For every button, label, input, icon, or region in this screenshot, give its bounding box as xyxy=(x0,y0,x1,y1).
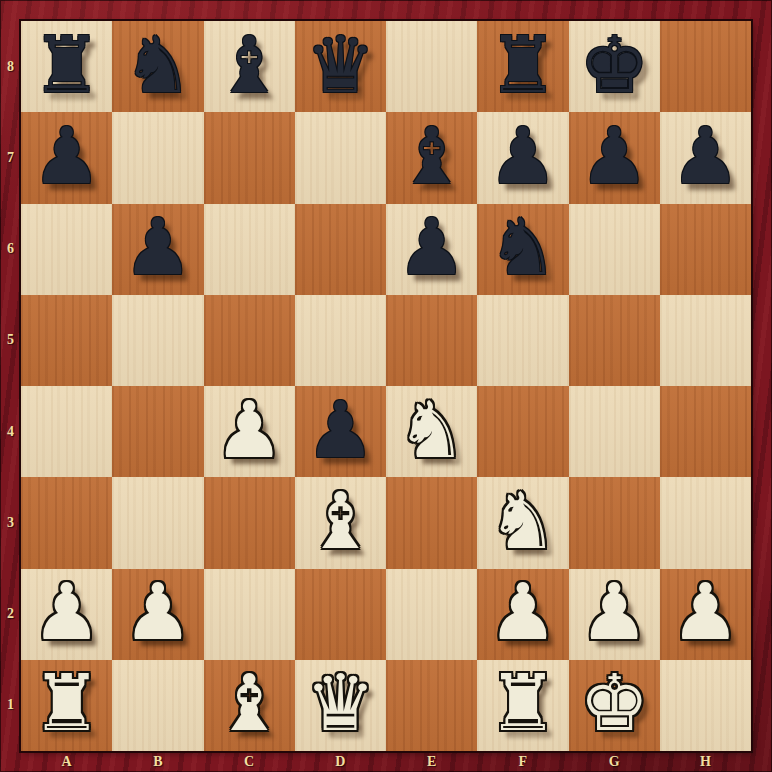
square-h6[interactable] xyxy=(660,204,751,295)
square-f1[interactable]: ♜ xyxy=(477,660,568,751)
file-label-e: E xyxy=(386,751,477,772)
square-h3[interactable] xyxy=(660,477,751,568)
piece-black-king[interactable]: ♚ xyxy=(579,26,649,104)
square-d1[interactable]: ♛ xyxy=(295,660,386,751)
piece-white-king[interactable]: ♚ xyxy=(579,664,649,742)
square-e6[interactable]: ♟ xyxy=(386,204,477,295)
piece-black-bishop[interactable]: ♝ xyxy=(397,117,467,195)
square-a8[interactable]: ♜ xyxy=(21,21,112,112)
piece-black-pawn[interactable]: ♟ xyxy=(488,117,558,195)
piece-white-bishop[interactable]: ♝ xyxy=(214,664,284,742)
square-a5[interactable] xyxy=(21,295,112,386)
square-a3[interactable] xyxy=(21,477,112,568)
square-e5[interactable] xyxy=(386,295,477,386)
piece-white-pawn[interactable]: ♟ xyxy=(579,573,649,651)
square-a7[interactable]: ♟ xyxy=(21,112,112,203)
square-b8[interactable]: ♞ xyxy=(112,21,203,112)
square-g2[interactable]: ♟ xyxy=(569,569,660,660)
square-g3[interactable] xyxy=(569,477,660,568)
square-f2[interactable]: ♟ xyxy=(477,569,568,660)
square-b1[interactable] xyxy=(112,660,203,751)
square-d2[interactable] xyxy=(295,569,386,660)
piece-black-knight[interactable]: ♞ xyxy=(123,26,193,104)
piece-black-pawn[interactable]: ♟ xyxy=(579,117,649,195)
square-d3[interactable]: ♝ xyxy=(295,477,386,568)
piece-black-bishop[interactable]: ♝ xyxy=(214,26,284,104)
board-frame: ♜♞♝♛♜♚♟♝♟♟♟♟♟♞♟♟♞♝♞♟♟♟♟♟♜♝♛♜♚ 87654321 A… xyxy=(0,0,772,772)
piece-white-pawn[interactable]: ♟ xyxy=(123,573,193,651)
square-d8[interactable]: ♛ xyxy=(295,21,386,112)
square-a2[interactable]: ♟ xyxy=(21,569,112,660)
rank-label-6: 6 xyxy=(0,204,21,295)
square-b5[interactable] xyxy=(112,295,203,386)
square-c8[interactable]: ♝ xyxy=(204,21,295,112)
square-g1[interactable]: ♚ xyxy=(569,660,660,751)
square-h1[interactable] xyxy=(660,660,751,751)
square-e3[interactable] xyxy=(386,477,477,568)
square-f4[interactable] xyxy=(477,386,568,477)
rank-label-8: 8 xyxy=(0,21,21,112)
square-a1[interactable]: ♜ xyxy=(21,660,112,751)
piece-black-knight[interactable]: ♞ xyxy=(488,208,558,286)
piece-black-pawn[interactable]: ♟ xyxy=(32,117,102,195)
piece-black-queen[interactable]: ♛ xyxy=(305,26,375,104)
piece-white-queen[interactable]: ♛ xyxy=(305,664,375,742)
rank-label-2: 2 xyxy=(0,569,21,660)
piece-white-pawn[interactable]: ♟ xyxy=(488,573,558,651)
square-h8[interactable] xyxy=(660,21,751,112)
piece-white-bishop[interactable]: ♝ xyxy=(305,482,375,560)
piece-black-rook[interactable]: ♜ xyxy=(488,26,558,104)
rank-label-4: 4 xyxy=(0,386,21,477)
file-labels: ABCDEFGH xyxy=(21,751,751,772)
rank-label-3: 3 xyxy=(0,477,21,568)
square-b3[interactable] xyxy=(112,477,203,568)
piece-black-rook[interactable]: ♜ xyxy=(32,26,102,104)
rank-labels: 87654321 xyxy=(0,21,21,751)
file-label-g: G xyxy=(569,751,660,772)
square-g4[interactable] xyxy=(569,386,660,477)
square-f8[interactable]: ♜ xyxy=(477,21,568,112)
piece-white-knight[interactable]: ♞ xyxy=(397,391,467,469)
square-f7[interactable]: ♟ xyxy=(477,112,568,203)
piece-black-pawn[interactable]: ♟ xyxy=(397,208,467,286)
square-b7[interactable] xyxy=(112,112,203,203)
piece-white-pawn[interactable]: ♟ xyxy=(670,573,740,651)
square-b4[interactable] xyxy=(112,386,203,477)
chess-board: ♜♞♝♛♜♚♟♝♟♟♟♟♟♞♟♟♞♝♞♟♟♟♟♟♜♝♛♜♚ xyxy=(21,21,751,751)
square-e7[interactable]: ♝ xyxy=(386,112,477,203)
square-e4[interactable]: ♞ xyxy=(386,386,477,477)
piece-white-knight[interactable]: ♞ xyxy=(488,482,558,560)
square-d4[interactable]: ♟ xyxy=(295,386,386,477)
square-e2[interactable] xyxy=(386,569,477,660)
file-label-c: C xyxy=(204,751,295,772)
file-label-h: H xyxy=(660,751,751,772)
file-label-a: A xyxy=(21,751,112,772)
square-c4[interactable]: ♟ xyxy=(204,386,295,477)
rank-label-5: 5 xyxy=(0,295,21,386)
piece-black-pawn[interactable]: ♟ xyxy=(305,391,375,469)
square-g8[interactable]: ♚ xyxy=(569,21,660,112)
square-a6[interactable] xyxy=(21,204,112,295)
piece-white-pawn[interactable]: ♟ xyxy=(214,391,284,469)
square-f5[interactable] xyxy=(477,295,568,386)
rank-label-7: 7 xyxy=(0,112,21,203)
square-f3[interactable]: ♞ xyxy=(477,477,568,568)
square-a4[interactable] xyxy=(21,386,112,477)
piece-black-pawn[interactable]: ♟ xyxy=(670,117,740,195)
square-d6[interactable] xyxy=(295,204,386,295)
square-f6[interactable]: ♞ xyxy=(477,204,568,295)
square-c6[interactable] xyxy=(204,204,295,295)
square-b2[interactable]: ♟ xyxy=(112,569,203,660)
file-label-f: F xyxy=(477,751,568,772)
file-label-d: D xyxy=(295,751,386,772)
piece-white-pawn[interactable]: ♟ xyxy=(32,573,102,651)
square-e8[interactable] xyxy=(386,21,477,112)
square-g5[interactable] xyxy=(569,295,660,386)
square-h2[interactable]: ♟ xyxy=(660,569,751,660)
square-h7[interactable]: ♟ xyxy=(660,112,751,203)
square-c1[interactable]: ♝ xyxy=(204,660,295,751)
square-d5[interactable] xyxy=(295,295,386,386)
piece-white-rook[interactable]: ♜ xyxy=(32,664,102,742)
piece-white-rook[interactable]: ♜ xyxy=(488,664,558,742)
rank-label-1: 1 xyxy=(0,660,21,751)
square-c7[interactable] xyxy=(204,112,295,203)
square-c5[interactable] xyxy=(204,295,295,386)
file-label-b: B xyxy=(112,751,203,772)
square-b6[interactable]: ♟ xyxy=(112,204,203,295)
square-g6[interactable] xyxy=(569,204,660,295)
square-e1[interactable] xyxy=(386,660,477,751)
square-h4[interactable] xyxy=(660,386,751,477)
square-h5[interactable] xyxy=(660,295,751,386)
square-g7[interactable]: ♟ xyxy=(569,112,660,203)
square-c2[interactable] xyxy=(204,569,295,660)
square-d7[interactable] xyxy=(295,112,386,203)
piece-black-pawn[interactable]: ♟ xyxy=(123,208,193,286)
square-c3[interactable] xyxy=(204,477,295,568)
